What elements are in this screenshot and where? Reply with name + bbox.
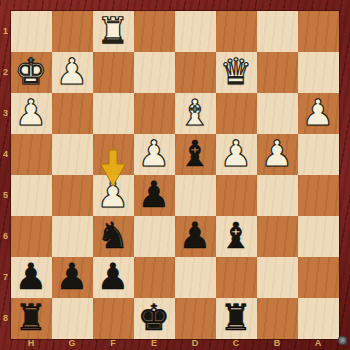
square-d7[interactable] [175,257,216,298]
file-label-c: C [216,338,257,349]
white-pawn[interactable]: ♟ [216,133,257,174]
black-king[interactable]: ♚ [134,297,175,338]
file-label-e: E [134,338,175,349]
square-f3[interactable] [93,93,134,134]
black-bishop[interactable]: ♝ [175,133,216,174]
file-label-h: H [11,338,52,349]
square-g7[interactable]: ♟ [52,257,93,298]
black-bishop[interactable]: ♝ [216,215,257,256]
square-e5[interactable]: ♟ [134,175,175,216]
white-pawn[interactable]: ♟ [11,92,52,133]
black-pawn[interactable]: ♟ [11,256,52,297]
white-pawn[interactable]: ♟ [134,133,175,174]
rank-label-3: 3 [0,108,11,118]
square-e4[interactable]: ♟ [134,134,175,175]
file-label-b: B [257,338,298,349]
square-h6[interactable] [11,216,52,257]
black-knight[interactable]: ♞ [93,215,134,256]
square-f2[interactable] [93,52,134,93]
square-g6[interactable] [52,216,93,257]
rank-label-2: 2 [0,67,11,77]
white-bishop[interactable]: ♝ [175,92,216,133]
square-f7[interactable]: ♟ [93,257,134,298]
square-d6[interactable]: ♟ [175,216,216,257]
square-a2[interactable] [298,52,339,93]
white-queen[interactable]: ♛ [216,51,257,92]
file-label-d: D [175,338,216,349]
square-a5[interactable] [298,175,339,216]
square-b5[interactable] [257,175,298,216]
square-b4[interactable]: ♟ [257,134,298,175]
square-a6[interactable] [298,216,339,257]
square-b2[interactable] [257,52,298,93]
black-pawn[interactable]: ♟ [175,215,216,256]
square-g5[interactable] [52,175,93,216]
black-rook[interactable]: ♜ [216,297,257,338]
square-d3[interactable]: ♝ [175,93,216,134]
white-pawn[interactable]: ♟ [52,51,93,92]
square-f8[interactable] [93,298,134,339]
square-g8[interactable] [52,298,93,339]
black-pawn[interactable]: ♟ [93,256,134,297]
black-rook[interactable]: ♜ [11,297,52,338]
square-a7[interactable] [298,257,339,298]
square-f1[interactable]: ♜ [93,11,134,52]
square-g2[interactable]: ♟ [52,52,93,93]
square-h1[interactable] [11,11,52,52]
square-f5[interactable]: ♟ [93,175,134,216]
square-a4[interactable] [298,134,339,175]
chess-board: ♜♚♟♛♟♝♟♟♝♟♟♟♟♞♟♝♟♟♟♜♚♜ [11,11,339,339]
square-d5[interactable] [175,175,216,216]
square-c6[interactable]: ♝ [216,216,257,257]
square-b6[interactable] [257,216,298,257]
white-pawn[interactable]: ♟ [298,92,339,133]
chess-board-frame: ♜♚♟♛♟♝♟♟♝♟♟♟♟♞♟♝♟♟♟♜♚♜ 12345678 HGFEDCBA [0,0,350,350]
square-e2[interactable] [134,52,175,93]
square-h8[interactable]: ♜ [11,298,52,339]
rank-label-1: 1 [0,26,11,36]
square-c3[interactable] [216,93,257,134]
square-h2[interactable]: ♚ [11,52,52,93]
file-label-f: F [93,338,134,349]
rank-label-7: 7 [0,272,11,282]
rank-label-8: 8 [0,313,11,323]
square-b7[interactable] [257,257,298,298]
square-e3[interactable] [134,93,175,134]
rank-label-6: 6 [0,231,11,241]
square-c4[interactable]: ♟ [216,134,257,175]
rank-label-5: 5 [0,190,11,200]
square-b8[interactable] [257,298,298,339]
square-d4[interactable]: ♝ [175,134,216,175]
square-b3[interactable] [257,93,298,134]
white-pawn[interactable]: ♟ [93,174,134,215]
square-h4[interactable] [11,134,52,175]
square-b1[interactable] [257,11,298,52]
square-h5[interactable] [11,175,52,216]
square-f4[interactable] [93,134,134,175]
black-pawn[interactable]: ♟ [134,174,175,215]
square-a3[interactable]: ♟ [298,93,339,134]
square-f6[interactable]: ♞ [93,216,134,257]
corner-badge-icon [338,336,347,345]
white-rook[interactable]: ♜ [93,10,134,51]
square-c5[interactable] [216,175,257,216]
white-king[interactable]: ♚ [11,51,52,92]
square-h7[interactable]: ♟ [11,257,52,298]
square-a1[interactable] [298,11,339,52]
square-g4[interactable] [52,134,93,175]
white-pawn[interactable]: ♟ [257,133,298,174]
square-d1[interactable] [175,11,216,52]
file-label-a: A [298,338,339,349]
square-c8[interactable]: ♜ [216,298,257,339]
square-c7[interactable] [216,257,257,298]
square-e1[interactable] [134,11,175,52]
square-e6[interactable] [134,216,175,257]
square-c1[interactable] [216,11,257,52]
rank-label-4: 4 [0,149,11,159]
square-e7[interactable] [134,257,175,298]
square-a8[interactable] [298,298,339,339]
square-d2[interactable] [175,52,216,93]
square-c2[interactable]: ♛ [216,52,257,93]
square-g1[interactable] [52,11,93,52]
square-g3[interactable] [52,93,93,134]
file-label-g: G [52,338,93,349]
black-pawn[interactable]: ♟ [52,256,93,297]
square-h3[interactable]: ♟ [11,93,52,134]
square-e8[interactable]: ♚ [134,298,175,339]
square-d8[interactable] [175,298,216,339]
